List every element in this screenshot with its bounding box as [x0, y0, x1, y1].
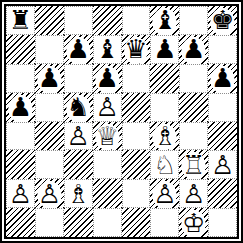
square-d7[interactable]: ♝	[93, 35, 122, 64]
square-e7[interactable]: ♛	[122, 35, 151, 64]
square-f7[interactable]: ♟	[150, 35, 179, 64]
square-a7[interactable]	[6, 35, 35, 64]
square-b7[interactable]	[35, 35, 64, 64]
square-f5[interactable]	[150, 93, 179, 122]
square-c1[interactable]	[64, 208, 93, 237]
square-e5[interactable]	[122, 93, 151, 122]
black-pawn-c7[interactable]: ♟	[64, 35, 93, 64]
black-pawn-h6[interactable]: ♟	[208, 64, 237, 93]
square-f6[interactable]	[150, 64, 179, 93]
square-h8[interactable]: ♚	[208, 6, 237, 35]
square-b4[interactable]	[35, 122, 64, 151]
square-h5[interactable]	[208, 93, 237, 122]
black-pawn-d6[interactable]: ♟	[93, 64, 122, 93]
white-pawn-f2[interactable]: ♙	[150, 179, 179, 208]
square-a5[interactable]: ♟	[6, 93, 35, 122]
square-d5[interactable]: ♙	[93, 93, 122, 122]
black-knight-c5[interactable]: ♞	[64, 93, 93, 122]
chess-diagram-frame: ♜♝♚♟♝♛♟♟♟♟♟♟♞♙♙♕♗♘♖♙♙♙♗♙♙♔	[0, 0, 243, 243]
square-f8[interactable]: ♝	[150, 6, 179, 35]
square-c6[interactable]	[64, 64, 93, 93]
black-rook-a8[interactable]: ♜	[7, 7, 34, 34]
white-pawn-d5[interactable]: ♙	[94, 94, 121, 121]
white-pawn-b2[interactable]: ♙	[35, 179, 64, 208]
white-rook-g3[interactable]: ♖	[179, 150, 208, 179]
square-c3[interactable]	[64, 150, 93, 179]
square-d3[interactable]	[93, 150, 122, 179]
square-h7[interactable]	[208, 35, 237, 64]
square-h3[interactable]: ♙	[208, 150, 237, 179]
square-b6[interactable]: ♟	[35, 64, 64, 93]
square-c4[interactable]: ♙	[64, 122, 93, 151]
square-g2[interactable]: ♙	[179, 179, 208, 208]
black-queen-e7[interactable]: ♛	[122, 35, 151, 64]
square-h6[interactable]: ♟	[208, 64, 237, 93]
square-g7[interactable]: ♟	[179, 35, 208, 64]
white-pawn-a2[interactable]: ♙	[7, 180, 34, 207]
square-f4[interactable]: ♗	[150, 122, 179, 151]
square-g5[interactable]	[179, 93, 208, 122]
chess-board: ♜♝♚♟♝♛♟♟♟♟♟♟♞♙♙♕♗♘♖♙♙♙♗♙♙♔	[4, 4, 239, 239]
square-a6[interactable]	[6, 64, 35, 93]
square-d2[interactable]	[93, 179, 122, 208]
square-a1[interactable]	[6, 208, 35, 237]
square-c5[interactable]: ♞	[64, 93, 93, 122]
square-d1[interactable]	[93, 208, 122, 237]
square-f1[interactable]	[150, 208, 179, 237]
black-bishop-d7[interactable]: ♝	[94, 36, 121, 63]
black-pawn-f7[interactable]: ♟	[151, 36, 178, 63]
square-e1[interactable]	[122, 208, 151, 237]
square-g4[interactable]	[179, 122, 208, 151]
black-bishop-f8[interactable]: ♝	[150, 6, 179, 35]
square-g6[interactable]	[179, 64, 208, 93]
square-b1[interactable]	[35, 208, 64, 237]
black-king-h8[interactable]: ♚	[208, 6, 237, 35]
square-e3[interactable]	[122, 150, 151, 179]
square-h4[interactable]	[208, 122, 237, 151]
square-e4[interactable]	[122, 122, 151, 151]
square-b8[interactable]	[35, 6, 64, 35]
square-d8[interactable]	[93, 6, 122, 35]
square-d4[interactable]: ♕	[93, 122, 122, 151]
square-h2[interactable]	[208, 179, 237, 208]
black-pawn-b6[interactable]: ♟	[35, 64, 64, 93]
square-g8[interactable]	[179, 6, 208, 35]
white-bishop-f4[interactable]: ♗	[150, 122, 179, 151]
white-knight-f3[interactable]: ♘	[151, 151, 178, 178]
square-g1[interactable]: ♔	[179, 208, 208, 237]
white-pawn-h3[interactable]: ♙	[209, 151, 236, 178]
square-a2[interactable]: ♙	[6, 179, 35, 208]
square-c7[interactable]: ♟	[64, 35, 93, 64]
square-a4[interactable]	[6, 122, 35, 151]
square-c8[interactable]	[64, 6, 93, 35]
square-e8[interactable]	[122, 6, 151, 35]
square-e6[interactable]	[122, 64, 151, 93]
square-f3[interactable]: ♘	[150, 150, 179, 179]
square-b5[interactable]	[35, 93, 64, 122]
square-b3[interactable]	[35, 150, 64, 179]
square-c2[interactable]: ♗	[64, 179, 93, 208]
white-pawn-g2[interactable]: ♙	[180, 180, 207, 207]
square-a8[interactable]: ♜	[6, 6, 35, 35]
square-a3[interactable]	[6, 150, 35, 179]
square-g3[interactable]: ♖	[179, 150, 208, 179]
white-bishop-c2[interactable]: ♗	[65, 180, 92, 207]
white-pawn-c4[interactable]: ♙	[65, 123, 92, 150]
square-e2[interactable]	[122, 179, 151, 208]
black-pawn-g7[interactable]: ♟	[179, 35, 208, 64]
square-h1[interactable]	[208, 208, 237, 237]
black-pawn-a5[interactable]: ♟	[6, 93, 35, 122]
square-f2[interactable]: ♙	[150, 179, 179, 208]
square-b2[interactable]: ♙	[35, 179, 64, 208]
white-queen-d4[interactable]: ♕	[93, 122, 122, 151]
square-d6[interactable]: ♟	[93, 64, 122, 93]
white-king-g1[interactable]: ♔	[179, 208, 208, 237]
